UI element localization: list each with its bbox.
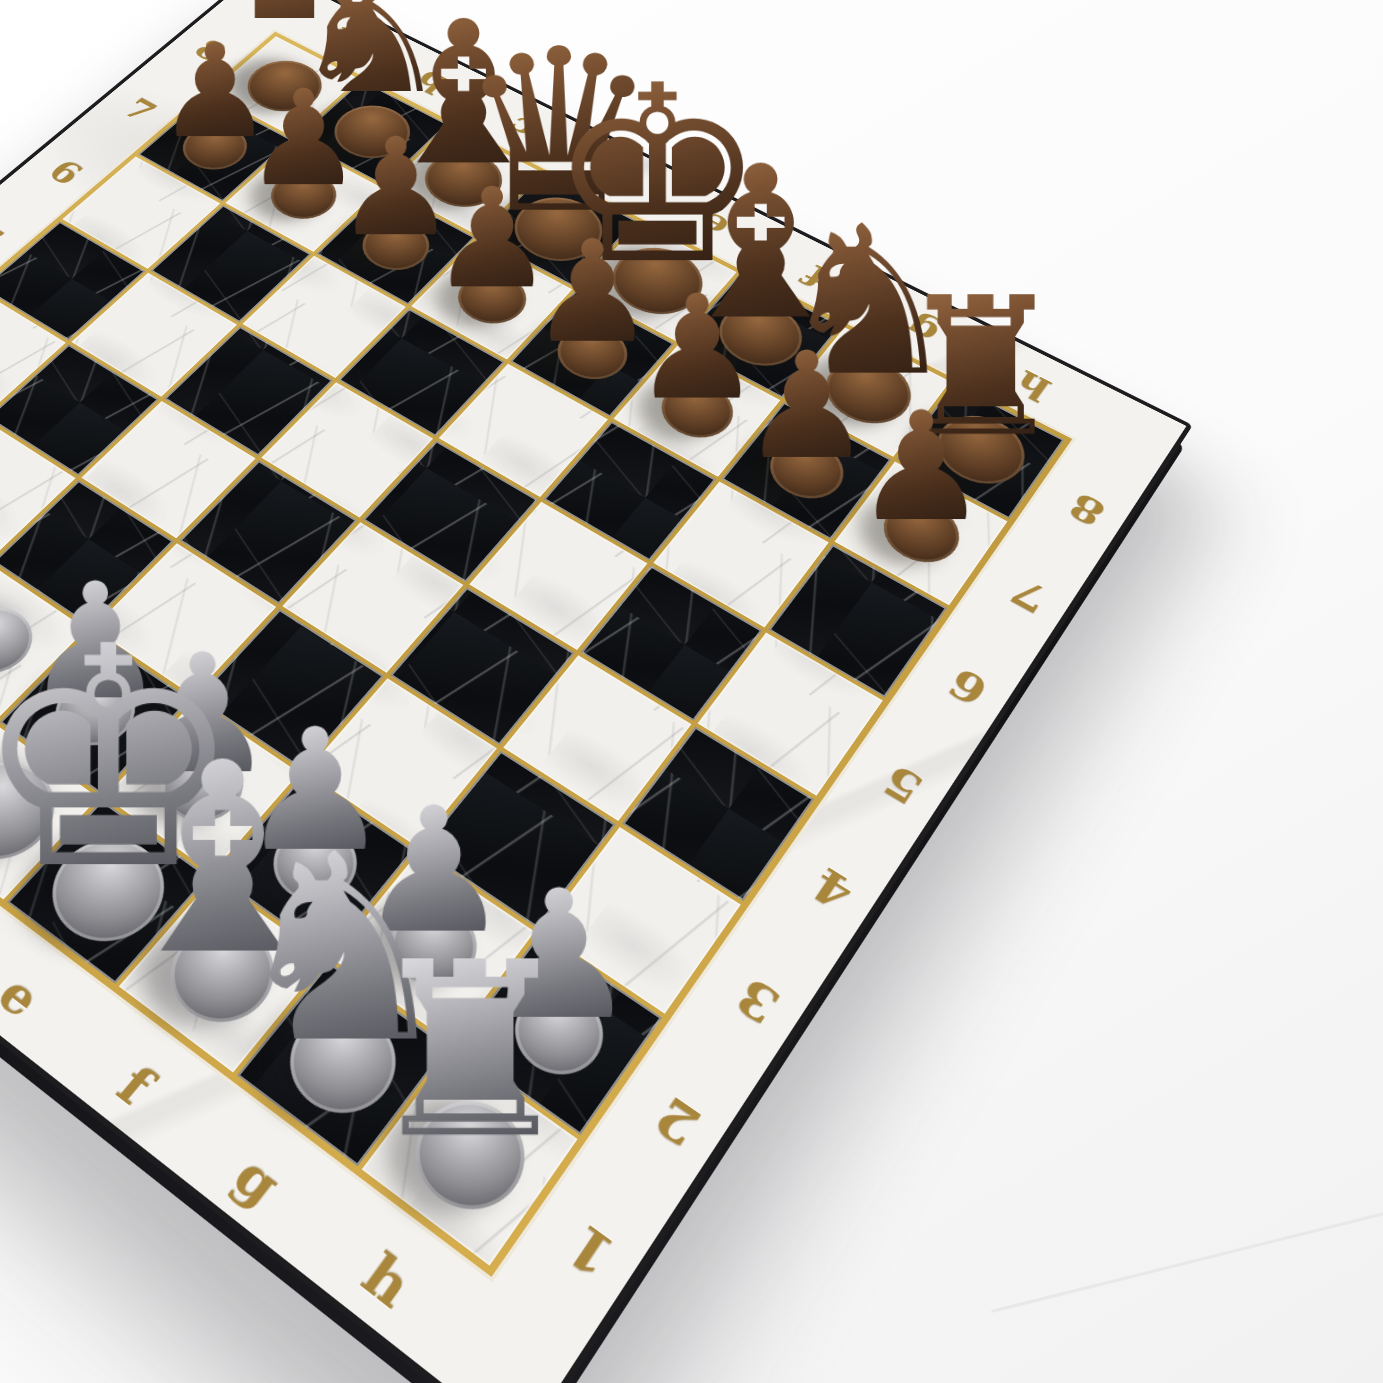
rook-glyph: ♜ bbox=[362, 930, 578, 1171]
file-label-bottom-e: e bbox=[0, 950, 70, 1044]
file-label-bottom-h: h bbox=[334, 1225, 441, 1336]
rank-label-right-1: 1 bbox=[538, 1197, 643, 1306]
rank-label-right-6: 6 bbox=[925, 649, 1012, 725]
pawn-glyph: ♟ bbox=[854, 392, 989, 543]
file-label-bottom-g: g bbox=[205, 1128, 310, 1232]
board-stack: aabbccddeeffgghh8877665544332211 ♜♞♝♛♚♝♞… bbox=[0, 0, 976, 1136]
rank-label-right-4: 4 bbox=[786, 846, 879, 933]
rank-label-right-7: 7 bbox=[988, 560, 1072, 632]
background-seam-line bbox=[991, 1206, 1383, 1313]
rank-label-right-2: 2 bbox=[627, 1071, 728, 1172]
rank-label-right-5: 5 bbox=[858, 744, 948, 826]
chess-board: aabbccddeeffgghh8877665544332211 ♜♞♝♛♚♝♞… bbox=[0, 0, 1193, 1383]
product-photo-scene: aabbccddeeffgghh8877665544332211 ♜♞♝♛♚♝♞… bbox=[0, 0, 1383, 1383]
rank-label-right-3: 3 bbox=[709, 954, 806, 1048]
rank-label-right-8: 8 bbox=[1047, 476, 1128, 543]
file-label-bottom-f: f bbox=[84, 1036, 186, 1135]
